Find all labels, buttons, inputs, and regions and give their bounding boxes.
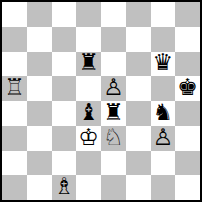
square-a6[interactable]	[2, 52, 27, 77]
square-b6[interactable]	[27, 52, 52, 77]
square-a2[interactable]	[2, 151, 27, 176]
black-rook-piece[interactable]: ♜	[78, 52, 99, 75]
square-a5[interactable]: ♖	[2, 76, 27, 101]
square-e6[interactable]	[101, 52, 126, 77]
white-pawn-piece[interactable]: ♙	[103, 76, 124, 99]
white-king-piece[interactable]: ♔	[78, 126, 99, 149]
square-b4[interactable]	[27, 101, 52, 126]
square-g1[interactable]	[151, 175, 176, 200]
square-h6[interactable]	[175, 52, 200, 77]
square-g2[interactable]	[151, 151, 176, 176]
square-c2[interactable]	[52, 151, 77, 176]
square-h5[interactable]: ♚	[175, 76, 200, 101]
square-c3[interactable]	[52, 126, 77, 151]
square-f1[interactable]	[126, 175, 151, 200]
square-d8[interactable]	[76, 2, 101, 27]
square-d3[interactable]: ♔	[76, 126, 101, 151]
square-h8[interactable]	[175, 2, 200, 27]
square-a4[interactable]	[2, 101, 27, 126]
square-d5[interactable]	[76, 76, 101, 101]
square-b3[interactable]	[27, 126, 52, 151]
square-e3[interactable]: ♘	[101, 126, 126, 151]
square-c8[interactable]	[52, 2, 77, 27]
square-b7[interactable]	[27, 27, 52, 52]
white-bishop-piece[interactable]: ♗	[54, 175, 75, 198]
square-e2[interactable]	[101, 151, 126, 176]
white-pawn-piece[interactable]: ♙	[153, 126, 174, 149]
white-rook-piece[interactable]: ♖	[4, 76, 25, 99]
black-rook-piece[interactable]: ♜	[103, 101, 124, 124]
square-g7[interactable]	[151, 27, 176, 52]
square-g3[interactable]: ♙	[151, 126, 176, 151]
square-g4[interactable]: ♞	[151, 101, 176, 126]
square-f6[interactable]	[126, 52, 151, 77]
black-knight-piece[interactable]: ♞	[153, 101, 174, 124]
square-f4[interactable]	[126, 101, 151, 126]
square-b5[interactable]	[27, 76, 52, 101]
black-queen-piece[interactable]: ♛	[153, 52, 174, 75]
square-a8[interactable]	[2, 2, 27, 27]
square-g8[interactable]	[151, 2, 176, 27]
square-f3[interactable]	[126, 126, 151, 151]
square-a1[interactable]	[2, 175, 27, 200]
square-f2[interactable]	[126, 151, 151, 176]
square-b1[interactable]	[27, 175, 52, 200]
square-a3[interactable]	[2, 126, 27, 151]
square-d6[interactable]: ♜	[76, 52, 101, 77]
black-bishop-piece[interactable]: ♝	[78, 101, 99, 124]
black-king-piece[interactable]: ♚	[177, 76, 198, 99]
square-h7[interactable]	[175, 27, 200, 52]
square-d4[interactable]: ♝	[76, 101, 101, 126]
square-g6[interactable]: ♛	[151, 52, 176, 77]
square-c6[interactable]	[52, 52, 77, 77]
square-c4[interactable]	[52, 101, 77, 126]
square-b2[interactable]	[27, 151, 52, 176]
square-e1[interactable]	[101, 175, 126, 200]
square-e8[interactable]	[101, 2, 126, 27]
square-f7[interactable]	[126, 27, 151, 52]
square-h2[interactable]	[175, 151, 200, 176]
square-e7[interactable]	[101, 27, 126, 52]
square-d7[interactable]	[76, 27, 101, 52]
square-d1[interactable]	[76, 175, 101, 200]
square-c1[interactable]: ♗	[52, 175, 77, 200]
square-d2[interactable]	[76, 151, 101, 176]
square-a7[interactable]	[2, 27, 27, 52]
square-e5[interactable]: ♙	[101, 76, 126, 101]
square-c5[interactable]	[52, 76, 77, 101]
square-h1[interactable]	[175, 175, 200, 200]
white-knight-piece[interactable]: ♘	[103, 126, 124, 149]
square-h4[interactable]	[175, 101, 200, 126]
square-e4[interactable]: ♜	[101, 101, 126, 126]
square-f8[interactable]	[126, 2, 151, 27]
square-c7[interactable]	[52, 27, 77, 52]
square-b8[interactable]	[27, 2, 52, 27]
square-f5[interactable]	[126, 76, 151, 101]
square-g5[interactable]	[151, 76, 176, 101]
square-h3[interactable]	[175, 126, 200, 151]
chess-board: ♜♛♖♙♚♝♜♞♔♘♙♗	[0, 0, 202, 202]
